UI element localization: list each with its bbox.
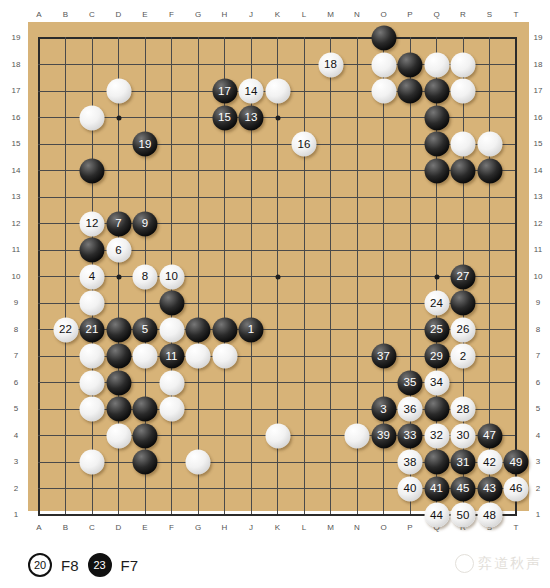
caption-point-f8: F8 <box>61 557 79 574</box>
coord-bottom-p: P <box>400 523 420 533</box>
stone-f10-white: 10 <box>159 264 184 289</box>
coord-bottom-h: H <box>215 523 235 533</box>
coord-top-t: T <box>506 10 526 20</box>
stone-r7-white: 2 <box>451 344 476 369</box>
stone-c14-black <box>80 158 105 183</box>
star-point-d10 <box>116 274 121 279</box>
coord-top-h: H <box>215 10 235 20</box>
stone-b8-white: 22 <box>53 317 78 342</box>
stone-f8-white <box>159 317 184 342</box>
stone-e3-black <box>133 450 158 475</box>
stone-e8-black: 5 <box>133 317 158 342</box>
stone-c10-white: 4 <box>80 264 105 289</box>
stone-c16-white <box>80 105 105 130</box>
stone-r17-white <box>451 79 476 104</box>
coord-right-4: 4 <box>528 431 548 441</box>
coord-bottom-t: T <box>506 523 526 533</box>
stone-r14-black <box>451 158 476 183</box>
coord-bottom-l: L <box>294 523 314 533</box>
coord-left-2: 2 <box>6 484 26 494</box>
grid-line-vertical <box>515 37 517 516</box>
stone-r2-black: 45 <box>451 476 476 501</box>
stone-p18-black <box>398 52 423 77</box>
coord-right-15: 15 <box>528 139 548 149</box>
stone-e5-black <box>133 397 158 422</box>
stone-d6-black <box>106 370 131 395</box>
coord-left-7: 7 <box>6 351 26 361</box>
coord-top-d: D <box>109 10 129 20</box>
stone-m18-white: 18 <box>318 52 343 77</box>
coord-left-1: 1 <box>6 510 26 520</box>
coord-left-19: 19 <box>6 33 26 43</box>
coord-right-19: 19 <box>528 33 548 43</box>
grid-line-vertical <box>304 37 305 516</box>
stone-h16-black: 15 <box>212 105 237 130</box>
stone-d12-black: 7 <box>106 211 131 236</box>
stone-g7-white <box>186 344 211 369</box>
stone-f7-black: 11 <box>159 344 184 369</box>
stone-q8-black: 25 <box>424 317 449 342</box>
coord-left-9: 9 <box>6 298 26 308</box>
stone-c12-white: 12 <box>80 211 105 236</box>
stone-q5-black <box>424 397 449 422</box>
stone-j8-black: 1 <box>239 317 264 342</box>
stone-d7-black <box>106 344 131 369</box>
coord-bottom-g: G <box>188 523 208 533</box>
coord-top-g: G <box>188 10 208 20</box>
coord-top-p: P <box>400 10 420 20</box>
stone-q16-black <box>424 105 449 130</box>
coord-left-13: 13 <box>6 192 26 202</box>
stone-e4-black <box>133 423 158 448</box>
stone-q2-black: 41 <box>424 476 449 501</box>
coord-right-6: 6 <box>528 378 548 388</box>
coord-left-16: 16 <box>6 113 26 123</box>
stone-q15-black <box>424 132 449 157</box>
coord-top-b: B <box>56 10 76 20</box>
coord-bottom-k: K <box>268 523 288 533</box>
stone-d5-black <box>106 397 131 422</box>
stone-q14-black <box>424 158 449 183</box>
coord-bottom-j: J <box>241 523 261 533</box>
stone-r10-black: 27 <box>451 264 476 289</box>
stone-g3-white <box>186 450 211 475</box>
stone-s15-white <box>477 132 502 157</box>
coord-bottom-m: M <box>321 523 341 533</box>
caption-moves: 20 F8 23 F7 <box>28 551 138 579</box>
watermark: 弈道秋声 <box>455 554 542 573</box>
coord-right-12: 12 <box>528 219 548 229</box>
stone-k4-white <box>265 423 290 448</box>
coord-right-5: 5 <box>528 404 548 414</box>
stone-c8-black: 21 <box>80 317 105 342</box>
stone-c7-white <box>80 344 105 369</box>
coord-top-q: Q <box>427 10 447 20</box>
stone-e10-white: 8 <box>133 264 158 289</box>
star-point-d16 <box>116 115 121 120</box>
stone-p5-white: 36 <box>398 397 423 422</box>
stone-e12-black: 9 <box>133 211 158 236</box>
coord-right-9: 9 <box>528 298 548 308</box>
coord-left-18: 18 <box>6 60 26 70</box>
stone-r5-white: 28 <box>451 397 476 422</box>
stone-q18-white <box>424 52 449 77</box>
coord-bottom-f: F <box>162 523 182 533</box>
stone-p4-black: 33 <box>398 423 423 448</box>
stone-e15-black: 19 <box>133 132 158 157</box>
stone-p6-black: 35 <box>398 370 423 395</box>
coord-bottom-a: A <box>29 523 49 533</box>
coord-top-n: N <box>347 10 367 20</box>
coord-left-14: 14 <box>6 166 26 176</box>
stone-s1-white: 48 <box>477 503 502 528</box>
stone-q3-black <box>424 450 449 475</box>
coord-right-3: 3 <box>528 457 548 467</box>
stone-n4-white <box>345 423 370 448</box>
coord-top-s: S <box>480 10 500 20</box>
stone-k17-white <box>265 79 290 104</box>
stone-q7-black: 29 <box>424 344 449 369</box>
coord-left-3: 3 <box>6 457 26 467</box>
stone-f5-white <box>159 397 184 422</box>
stone-q9-white: 24 <box>424 291 449 316</box>
caption-stone-black-23: 23 <box>88 553 112 577</box>
coord-left-15: 15 <box>6 139 26 149</box>
coord-left-4: 4 <box>6 431 26 441</box>
coord-top-o: O <box>374 10 394 20</box>
stone-o7-black: 37 <box>371 344 396 369</box>
coord-bottom-o: O <box>374 523 394 533</box>
coord-top-c: C <box>82 10 102 20</box>
coord-right-18: 18 <box>528 60 548 70</box>
coord-right-16: 16 <box>528 113 548 123</box>
stone-h17-black: 17 <box>212 79 237 104</box>
coord-left-10: 10 <box>6 272 26 282</box>
stone-o17-white <box>371 79 396 104</box>
stone-s3-white: 42 <box>477 450 502 475</box>
coord-top-j: J <box>241 10 261 20</box>
stone-h7-white <box>212 344 237 369</box>
coord-top-m: M <box>321 10 341 20</box>
coord-bottom-b: B <box>56 523 76 533</box>
stone-g8-black <box>186 317 211 342</box>
coord-left-17: 17 <box>6 86 26 96</box>
stone-c9-white <box>80 291 105 316</box>
stone-c6-white <box>80 370 105 395</box>
coord-left-8: 8 <box>6 325 26 335</box>
watermark-text: 弈道秋声 <box>478 555 542 573</box>
coord-bottom-n: N <box>347 523 367 533</box>
stone-j16-black: 13 <box>239 105 264 130</box>
coord-right-1: 1 <box>528 510 548 520</box>
coord-left-6: 6 <box>6 378 26 388</box>
stone-d8-black <box>106 317 131 342</box>
stone-d11-white: 6 <box>106 238 131 263</box>
stone-l15-white: 16 <box>292 132 317 157</box>
star-point-q10 <box>434 274 439 279</box>
coord-top-e: E <box>135 10 155 20</box>
stone-s2-black: 43 <box>477 476 502 501</box>
stone-j17-white: 14 <box>239 79 264 104</box>
stone-s14-black <box>477 158 502 183</box>
stone-e7-white <box>133 344 158 369</box>
stone-f9-black <box>159 291 184 316</box>
stone-c3-white <box>80 450 105 475</box>
stone-d4-white <box>106 423 131 448</box>
stone-p3-white: 38 <box>398 450 423 475</box>
coord-right-2: 2 <box>528 484 548 494</box>
stone-t3-black: 49 <box>504 450 529 475</box>
stone-o5-black: 3 <box>371 397 396 422</box>
stone-r18-white <box>451 52 476 77</box>
stone-r8-white: 26 <box>451 317 476 342</box>
stone-f6-white <box>159 370 184 395</box>
stone-r9-black <box>451 291 476 316</box>
caption-point-f7: F7 <box>121 557 139 574</box>
coord-right-11: 11 <box>528 245 548 255</box>
stone-q1-white: 44 <box>424 503 449 528</box>
coord-right-10: 10 <box>528 272 548 282</box>
stone-q6-white: 34 <box>424 370 449 395</box>
coord-right-8: 8 <box>528 325 548 335</box>
coord-left-5: 5 <box>6 404 26 414</box>
coord-right-13: 13 <box>528 192 548 202</box>
caption-stone-white-20: 20 <box>28 553 52 577</box>
coord-bottom-e: E <box>135 523 155 533</box>
grid-line-vertical <box>330 37 331 516</box>
stone-o19-black <box>371 26 396 51</box>
coord-top-l: L <box>294 10 314 20</box>
coord-top-a: A <box>29 10 49 20</box>
coord-top-r: R <box>453 10 473 20</box>
coord-left-11: 11 <box>6 245 26 255</box>
stone-r3-black: 31 <box>451 450 476 475</box>
coord-right-7: 7 <box>528 351 548 361</box>
coord-left-12: 12 <box>6 219 26 229</box>
stone-o4-black: 39 <box>371 423 396 448</box>
coord-top-k: K <box>268 10 288 20</box>
stone-o18-white <box>371 52 396 77</box>
coord-right-17: 17 <box>528 86 548 96</box>
stone-c5-white <box>80 397 105 422</box>
stone-r4-white: 30 <box>451 423 476 448</box>
coord-top-f: F <box>162 10 182 20</box>
stone-q17-black <box>424 79 449 104</box>
star-point-k16 <box>275 115 280 120</box>
stone-r15-white <box>451 132 476 157</box>
stone-d17-white <box>106 79 131 104</box>
stone-q4-white: 32 <box>424 423 449 448</box>
coord-bottom-c: C <box>82 523 102 533</box>
stone-r1-white: 50 <box>451 503 476 528</box>
stone-p2-white: 40 <box>398 476 423 501</box>
stone-s4-black: 47 <box>477 423 502 448</box>
coord-right-14: 14 <box>528 166 548 176</box>
watermark-logo-icon <box>455 554 474 573</box>
stone-p17-black <box>398 79 423 104</box>
stone-t2-white: 46 <box>504 476 529 501</box>
go-diagram-page: AABBCCDDEEFFGGHHJJKKLLMMNNOOPPQQRRSSTT11… <box>0 0 550 588</box>
stone-c11-black <box>80 238 105 263</box>
coord-bottom-d: D <box>109 523 129 533</box>
star-point-k10 <box>275 274 280 279</box>
stone-h8-black <box>212 317 237 342</box>
